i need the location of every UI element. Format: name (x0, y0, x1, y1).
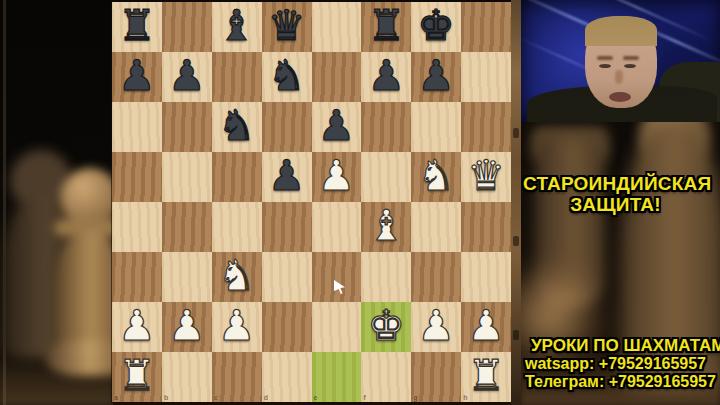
piece-black-king[interactable]: ♚ (417, 5, 455, 47)
piece-white-rook[interactable]: ♜ (467, 355, 505, 397)
file-coordinate-label: h (463, 394, 467, 401)
piece-white-rook[interactable]: ♜ (118, 355, 156, 397)
backdrop-floor-glow (0, 359, 113, 405)
piece-black-pawn[interactable]: ♟ (268, 155, 306, 197)
piece-white-knight[interactable]: ♞ (417, 155, 455, 197)
file-coordinate-label: b (164, 394, 168, 401)
square-g3[interactable] (411, 252, 461, 302)
piece-white-pawn[interactable]: ♟ (168, 305, 206, 347)
file-coordinate-label: f (363, 394, 365, 401)
piece-white-knight[interactable]: ♞ (218, 255, 256, 297)
square-b8[interactable] (162, 2, 212, 52)
square-b1[interactable]: b (162, 352, 212, 402)
square-c1[interactable]: c (212, 352, 262, 402)
square-g2[interactable]: ♟ (411, 302, 461, 352)
right-panel: СТАРОИНДИЙСКАЯ ЗАЩИТА! УРОКИ ПО ШАХМАТАМ… (511, 0, 720, 405)
piece-black-pawn[interactable]: ♟ (168, 55, 206, 97)
square-b4[interactable] (162, 202, 212, 252)
square-g7[interactable]: ♟ (411, 52, 461, 102)
square-d8[interactable]: ♛ (262, 2, 312, 52)
square-f7[interactable]: ♟ (361, 52, 411, 102)
square-f3[interactable] (361, 252, 411, 302)
square-f6[interactable] (361, 102, 411, 152)
opening-title-line1: СТАРОИНДИЙСКАЯ (523, 173, 708, 194)
piece-white-pawn[interactable]: ♟ (467, 305, 505, 347)
square-b5[interactable] (162, 152, 212, 202)
file-coordinate-label: g (413, 394, 417, 401)
square-e6[interactable]: ♟ (312, 102, 362, 152)
square-d2[interactable] (262, 302, 312, 352)
square-h4[interactable] (461, 202, 511, 252)
square-d4[interactable] (262, 202, 312, 252)
contact-header: УРОКИ ПО ШАХМАТАМ: (525, 337, 720, 355)
square-a8[interactable]: ♜ (112, 2, 162, 52)
piece-black-pawn[interactable]: ♟ (367, 55, 405, 97)
opening-title: СТАРОИНДИЙСКАЯ ЗАЩИТА! (523, 173, 708, 215)
square-e7[interactable] (312, 52, 362, 102)
square-g8[interactable]: ♚ (411, 2, 461, 52)
square-d3[interactable] (262, 252, 312, 302)
piece-black-pawn[interactable]: ♟ (118, 55, 156, 97)
file-coordinate-label: c (214, 394, 218, 401)
square-d5[interactable]: ♟ (262, 152, 312, 202)
square-e2[interactable] (312, 302, 362, 352)
square-f1[interactable]: f (361, 352, 411, 402)
piece-white-pawn[interactable]: ♟ (218, 305, 256, 347)
contact-info: УРОКИ ПО ШАХМАТАМ: watsapp: +79529165957… (525, 337, 720, 391)
backdrop-pawn-bronze-icon (46, 168, 113, 388)
piece-black-knight[interactable]: ♞ (268, 55, 306, 97)
streamer-avatar (521, 0, 720, 122)
piece-black-bishop[interactable]: ♝ (218, 5, 256, 47)
square-d6[interactable] (262, 102, 312, 152)
stream-frame: ♜♝♛♜♚♟♟♞♟♟♞♟♟♟♞♛♝♞♟♟♟♚♟♟♜abcdefg♜h (0, 0, 720, 405)
square-c3[interactable]: ♞ (212, 252, 262, 302)
square-g5[interactable]: ♞ (411, 152, 461, 202)
file-coordinate-label: d (264, 394, 268, 401)
piece-black-rook[interactable]: ♜ (367, 5, 405, 47)
square-h6[interactable] (461, 102, 511, 152)
webcam-feed (521, 0, 720, 122)
square-g6[interactable] (411, 102, 461, 152)
contact-whatsapp: watsapp: +79529165957 (525, 355, 720, 373)
square-e5[interactable]: ♟ (312, 152, 362, 202)
square-f2[interactable]: ♚ (361, 302, 411, 352)
square-a7[interactable]: ♟ (112, 52, 162, 102)
square-f5[interactable] (361, 152, 411, 202)
square-c5[interactable] (212, 152, 262, 202)
square-b2[interactable]: ♟ (162, 302, 212, 352)
square-a1[interactable]: ♜a (112, 352, 162, 402)
square-c7[interactable] (212, 52, 262, 102)
square-g1[interactable]: g (411, 352, 461, 402)
piece-black-pawn[interactable]: ♟ (417, 55, 455, 97)
piece-white-pawn[interactable]: ♟ (417, 305, 455, 347)
piece-white-bishop[interactable]: ♝ (367, 205, 405, 247)
square-b7[interactable]: ♟ (162, 52, 212, 102)
square-a4[interactable] (112, 202, 162, 252)
chess-board: ♜♝♛♜♚♟♟♞♟♟♞♟♟♟♞♛♝♞♟♟♟♚♟♟♜abcdefg♜h (112, 2, 511, 402)
piece-black-pawn[interactable]: ♟ (318, 105, 356, 147)
square-e8[interactable] (312, 2, 362, 52)
square-h7[interactable] (461, 52, 511, 102)
square-b6[interactable] (162, 102, 212, 152)
square-c8[interactable]: ♝ (212, 2, 262, 52)
opening-title-line2: ЗАЩИТА! (523, 194, 708, 215)
square-d7[interactable]: ♞ (262, 52, 312, 102)
contact-telegram: Телеграм: +79529165957 (525, 373, 720, 391)
wood-border-strip (511, 0, 521, 405)
square-c2[interactable]: ♟ (212, 302, 262, 352)
square-b3[interactable] (162, 252, 212, 302)
square-g4[interactable] (411, 202, 461, 252)
square-e4[interactable] (312, 202, 362, 252)
left-backdrop-photo (0, 0, 113, 405)
square-f8[interactable]: ♜ (361, 2, 411, 52)
piece-black-knight[interactable]: ♞ (218, 105, 256, 147)
piece-white-king[interactable]: ♚ (367, 305, 405, 347)
square-a3[interactable] (112, 252, 162, 302)
square-h5[interactable]: ♛ (461, 152, 511, 202)
square-a6[interactable] (112, 102, 162, 152)
square-a5[interactable] (112, 152, 162, 202)
piece-white-pawn[interactable]: ♟ (318, 155, 356, 197)
file-coordinate-label: a (114, 394, 118, 401)
file-coordinate-label: e (314, 394, 318, 401)
square-h3[interactable] (461, 252, 511, 302)
square-a2[interactable]: ♟ (112, 302, 162, 352)
piece-white-pawn[interactable]: ♟ (118, 305, 156, 347)
square-f4[interactable]: ♝ (361, 202, 411, 252)
square-c4[interactable] (212, 202, 262, 252)
piece-white-queen[interactable]: ♛ (467, 155, 505, 197)
square-e1[interactable]: e (312, 352, 362, 402)
piece-black-queen[interactable]: ♛ (268, 5, 306, 47)
square-h8[interactable] (461, 2, 511, 52)
square-e3[interactable] (312, 252, 362, 302)
square-d1[interactable]: d (262, 352, 312, 402)
square-c6[interactable]: ♞ (212, 102, 262, 152)
square-h1[interactable]: ♜h (461, 352, 511, 402)
square-h2[interactable]: ♟ (461, 302, 511, 352)
piece-black-rook[interactable]: ♜ (118, 5, 156, 47)
